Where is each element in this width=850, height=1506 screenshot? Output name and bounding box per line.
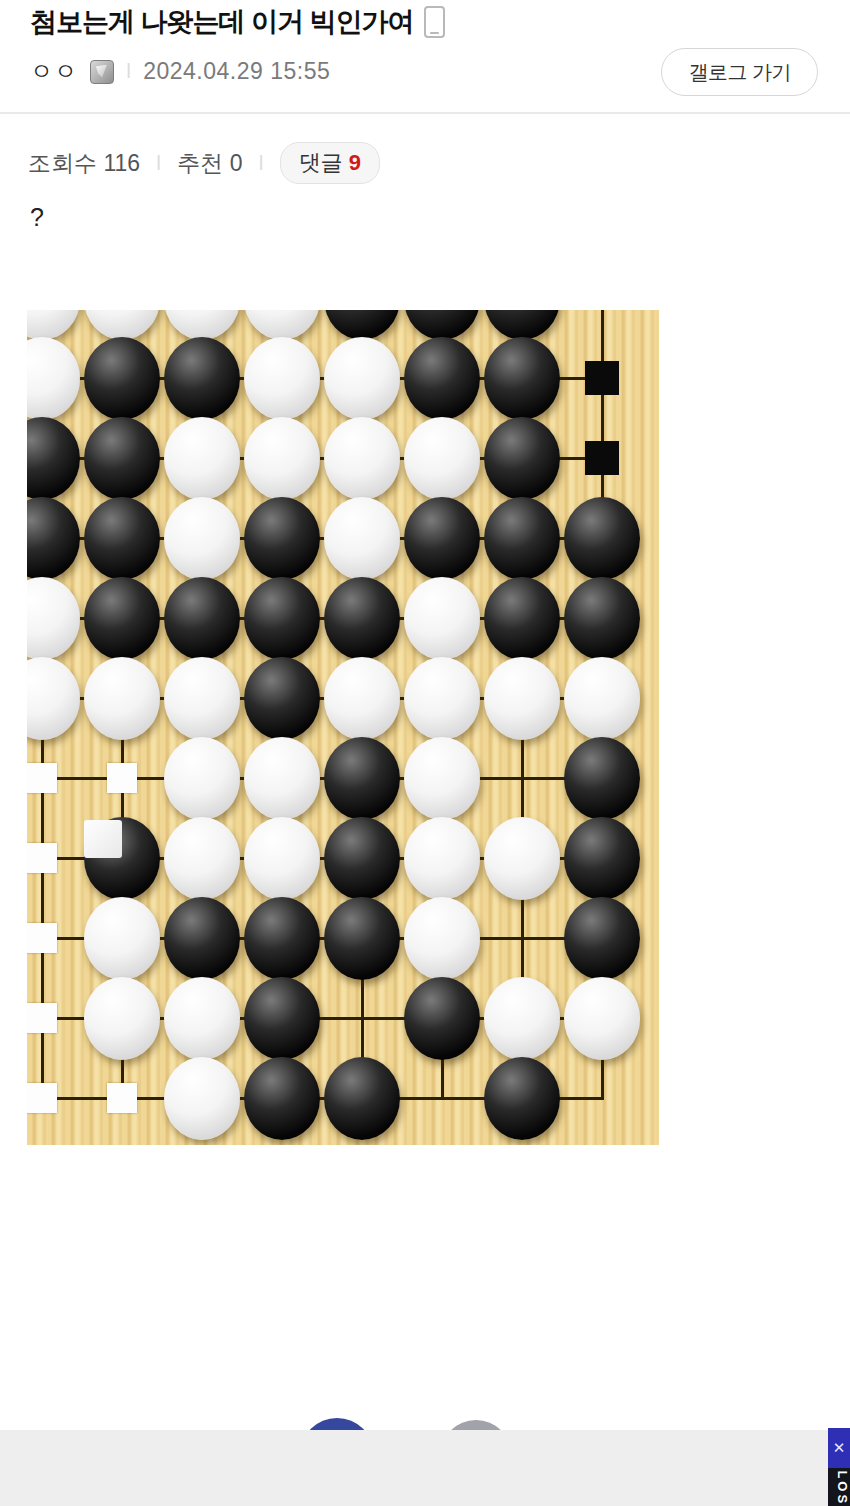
black-stone — [27, 417, 80, 500]
black-stone — [164, 897, 240, 980]
white-stone — [244, 337, 320, 420]
black-stone — [84, 417, 160, 500]
post-page: 첨보는게 나왓는데 이거 빅인가여 ㅇㅇ ǀ 2024.04.29 15:55 … — [0, 0, 850, 1506]
black-stone — [484, 497, 560, 580]
white-stone — [484, 977, 560, 1060]
white-stone — [164, 310, 240, 340]
close-icon[interactable]: ✕ — [828, 1428, 850, 1468]
mobile-phone-icon — [424, 6, 445, 38]
white-stone — [404, 817, 480, 900]
white-stone — [27, 310, 80, 340]
close-label: CLOSE — [828, 1468, 850, 1506]
black-stone — [484, 417, 560, 500]
meta-divider: ǀ — [258, 152, 263, 175]
white-stone — [244, 310, 320, 340]
white-stone — [164, 977, 240, 1060]
black-stone — [244, 1057, 320, 1140]
white-stone — [324, 657, 400, 740]
white-stone — [244, 817, 320, 900]
black-stone — [484, 577, 560, 660]
post-title: 첨보는게 나왓는데 이거 빅인가여 — [30, 4, 414, 40]
white-territory-marker — [27, 1083, 57, 1113]
white-stone — [27, 337, 80, 420]
dead-stone-marker — [84, 820, 122, 858]
black-territory-marker — [585, 361, 619, 395]
black-stone — [324, 310, 400, 340]
dead-black-stone — [84, 817, 160, 900]
white-stone — [164, 417, 240, 500]
black-stone — [324, 737, 400, 820]
post-date: 2024.04.29 15:55 — [143, 58, 330, 85]
black-stone — [324, 897, 400, 980]
white-stone — [564, 657, 640, 740]
white-stone — [484, 657, 560, 740]
white-stone — [164, 737, 240, 820]
black-stone — [84, 337, 160, 420]
white-stone — [84, 657, 160, 740]
black-stone — [564, 737, 640, 820]
white-territory-marker — [27, 763, 57, 793]
black-stone — [564, 817, 640, 900]
white-territory-marker — [27, 923, 57, 953]
black-stone — [244, 657, 320, 740]
black-stone — [564, 897, 640, 980]
black-stone — [484, 1057, 560, 1140]
white-stone — [484, 817, 560, 900]
go-board — [27, 310, 659, 1145]
white-stone — [324, 497, 400, 580]
white-stone — [164, 1057, 240, 1140]
stats-row: 조회수 116 ǀ 추천 0 ǀ 댓글 9 — [28, 142, 380, 184]
black-stone — [84, 577, 160, 660]
black-stone — [244, 977, 320, 1060]
gallog-user-icon[interactable] — [90, 60, 114, 84]
post-body-text: ? — [30, 203, 44, 232]
meta-divider: ǀ — [126, 60, 131, 83]
header-divider-line — [0, 112, 850, 114]
black-stone — [324, 577, 400, 660]
white-stone — [324, 337, 400, 420]
white-territory-marker — [27, 1003, 57, 1033]
black-stone — [564, 577, 640, 660]
likes-stat: 추천 0 — [177, 148, 242, 179]
post-title-row: 첨보는게 나왓는데 이거 빅인가여 — [30, 4, 445, 40]
black-stone — [404, 497, 480, 580]
bottom-banner — [0, 1430, 850, 1506]
white-stone — [324, 417, 400, 500]
white-stone — [84, 310, 160, 340]
white-territory-marker — [27, 843, 57, 873]
banner-close-widget: ✕ CLOSE — [828, 1428, 850, 1506]
white-territory-marker — [107, 1083, 137, 1113]
gallog-go-button[interactable]: 갤로그 가기 — [661, 48, 818, 96]
black-territory-marker — [585, 441, 619, 475]
black-stone — [27, 497, 80, 580]
black-stone — [164, 577, 240, 660]
white-stone — [404, 417, 480, 500]
comments-badge[interactable]: 댓글 9 — [280, 142, 380, 184]
white-stone — [27, 577, 80, 660]
black-stone — [324, 1057, 400, 1140]
black-stone — [324, 817, 400, 900]
black-stone — [404, 337, 480, 420]
black-stone — [404, 977, 480, 1060]
white-stone — [164, 817, 240, 900]
author-row: ㅇㅇ ǀ 2024.04.29 15:55 — [30, 56, 330, 87]
white-stone — [404, 897, 480, 980]
black-stone — [244, 497, 320, 580]
black-stone — [244, 577, 320, 660]
views-stat: 조회수 116 — [28, 148, 140, 179]
white-stone — [564, 977, 640, 1060]
white-territory-marker — [107, 763, 137, 793]
white-stone — [164, 497, 240, 580]
black-stone — [84, 497, 160, 580]
black-stone — [244, 897, 320, 980]
black-stone — [484, 310, 560, 340]
white-stone — [404, 577, 480, 660]
white-stone — [404, 737, 480, 820]
white-stone — [244, 737, 320, 820]
black-stone — [164, 337, 240, 420]
white-stone — [84, 897, 160, 980]
white-stone — [27, 657, 80, 740]
meta-divider: ǀ — [156, 152, 161, 175]
white-stone — [84, 977, 160, 1060]
black-stone — [484, 337, 560, 420]
author-nickname[interactable]: ㅇㅇ — [30, 56, 78, 87]
white-stone — [244, 417, 320, 500]
comments-count: 9 — [349, 150, 361, 176]
black-stone — [404, 310, 480, 340]
black-stone — [564, 497, 640, 580]
white-stone — [164, 657, 240, 740]
white-stone — [404, 657, 480, 740]
